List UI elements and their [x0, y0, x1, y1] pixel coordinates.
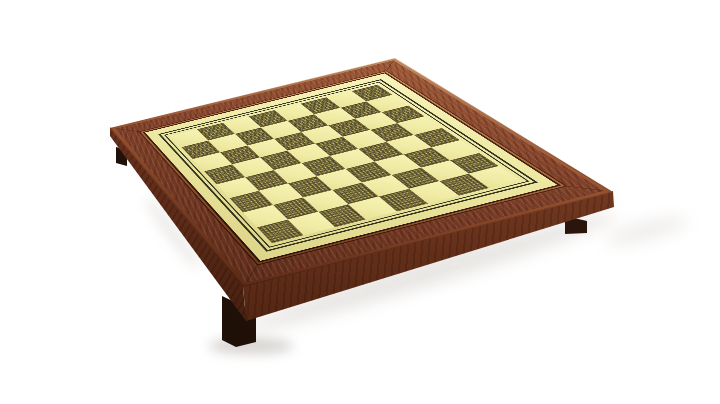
inner-pinstripe-border [164, 82, 529, 248]
drop-shadow [603, 212, 689, 250]
board-grid [171, 85, 520, 244]
outer-pinstripe-border [158, 79, 538, 251]
product-photo-stage [0, 0, 720, 404]
